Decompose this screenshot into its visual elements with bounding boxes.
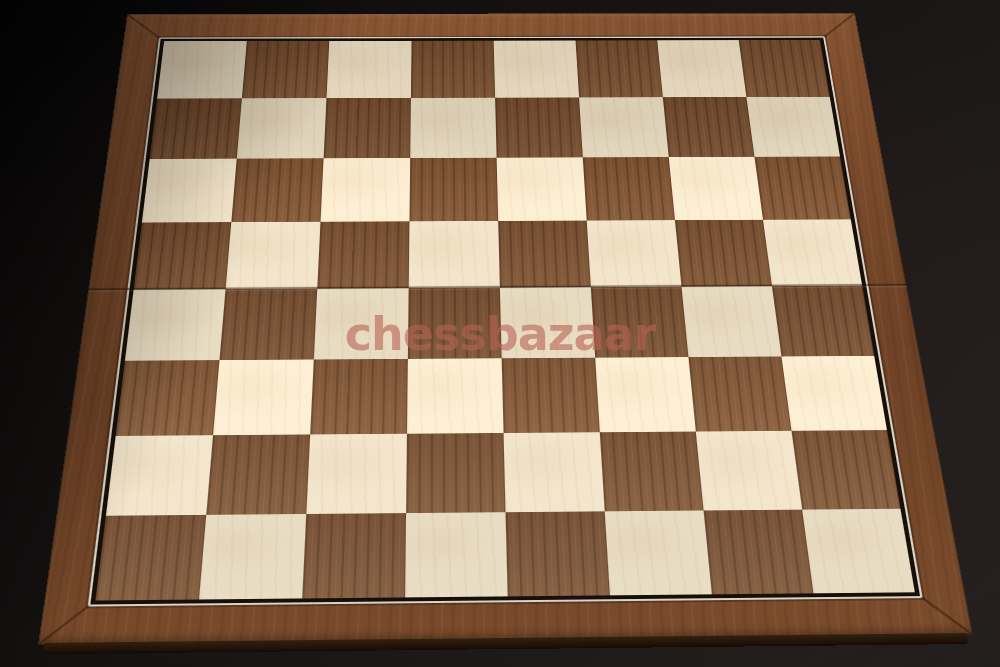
square-d4 <box>408 288 502 359</box>
square-b6 <box>231 158 323 222</box>
square-f4 <box>591 287 689 358</box>
square-e4 <box>500 287 595 358</box>
square-e7 <box>495 97 583 157</box>
square-e5 <box>498 221 591 288</box>
square-d7 <box>410 98 496 158</box>
square-a4 <box>125 289 226 361</box>
square-a1 <box>95 515 206 601</box>
square-c3 <box>310 359 408 435</box>
square-h5 <box>763 219 862 286</box>
square-b5 <box>226 222 321 289</box>
square-f6 <box>583 157 675 220</box>
square-c8 <box>327 41 412 98</box>
board-inlay-silver-line <box>88 36 923 606</box>
square-g6 <box>669 157 763 220</box>
square-g4 <box>682 286 782 357</box>
square-f2 <box>600 432 704 512</box>
square-h4 <box>772 286 874 357</box>
square-a3 <box>116 360 220 436</box>
square-h1 <box>802 509 915 594</box>
square-b2 <box>206 434 310 514</box>
square-h6 <box>754 156 850 219</box>
product-photo-scene: chessbazaar <box>0 0 1000 667</box>
square-f1 <box>605 510 712 595</box>
square-g3 <box>688 356 791 431</box>
square-e3 <box>502 358 600 433</box>
square-f5 <box>587 220 682 287</box>
square-e2 <box>504 432 605 512</box>
square-d2 <box>406 433 505 513</box>
square-h3 <box>781 356 886 431</box>
square-a7 <box>150 98 242 159</box>
square-c1 <box>302 513 406 598</box>
square-c5 <box>317 221 409 288</box>
square-d8 <box>411 41 495 98</box>
square-c7 <box>324 98 411 158</box>
square-g2 <box>696 431 802 511</box>
square-f7 <box>579 97 669 157</box>
square-h7 <box>746 97 840 157</box>
square-g8 <box>657 40 746 97</box>
square-g5 <box>675 220 772 287</box>
square-e8 <box>494 41 579 98</box>
square-d3 <box>407 358 504 433</box>
square-c6 <box>321 158 411 222</box>
square-d1 <box>405 512 508 597</box>
square-d6 <box>409 158 498 222</box>
square-h2 <box>792 430 901 510</box>
square-f3 <box>595 357 696 432</box>
square-a2 <box>106 435 213 516</box>
square-c4 <box>314 288 409 359</box>
board-inlay-black-line <box>90 38 920 605</box>
board-playing-field <box>95 40 914 600</box>
board-bottom-edge <box>43 633 969 654</box>
square-a5 <box>134 222 232 290</box>
square-b7 <box>237 98 327 158</box>
square-a6 <box>142 159 237 223</box>
square-e6 <box>497 157 587 221</box>
square-g7 <box>663 97 755 157</box>
square-b8 <box>242 41 329 98</box>
square-b4 <box>219 289 317 360</box>
square-g1 <box>704 510 814 595</box>
square-c2 <box>306 434 407 514</box>
square-h8 <box>739 40 830 97</box>
square-f8 <box>576 40 663 97</box>
square-e1 <box>506 511 610 596</box>
square-a8 <box>157 41 247 98</box>
square-d5 <box>409 221 500 288</box>
square-b3 <box>213 360 314 436</box>
chess-board <box>38 13 973 645</box>
square-b1 <box>199 514 306 600</box>
